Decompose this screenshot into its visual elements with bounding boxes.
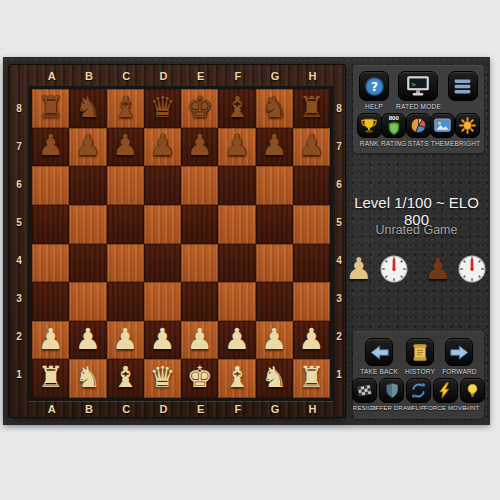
black-piece-q: ♛ [149, 93, 175, 122]
take-back-label: TAKE BACK [360, 368, 398, 375]
white-piece-r: ♜ [38, 363, 64, 392]
white-piece-p: ♟ [261, 325, 287, 354]
square-g3[interactable] [256, 282, 293, 321]
controls-panel: TAKE BACK HISTORY [353, 331, 484, 419]
offer-draw-label: OFFER DRAW [371, 405, 413, 411]
square-b7[interactable]: ♟ [69, 128, 106, 167]
arrow-left-icon [369, 342, 390, 363]
white-piece-p: ♟ [112, 325, 138, 354]
square-a3[interactable] [32, 282, 69, 321]
square-h8[interactable]: ♜ [293, 89, 330, 128]
square-b8[interactable]: ♞ [69, 89, 106, 128]
square-f6[interactable] [218, 166, 255, 205]
white-piece-p: ♟ [298, 325, 324, 354]
square-g6[interactable] [256, 166, 293, 205]
black-pawn-icon: ♟ [425, 254, 452, 284]
square-g1[interactable]: ♞ [256, 359, 293, 398]
flip-button[interactable] [406, 378, 431, 403]
player-clocks: ♟ ♟ [349, 249, 484, 289]
square-d1[interactable]: ♛ [144, 359, 181, 398]
file-label-g: G [257, 65, 294, 86]
sidebar: ? HELP > RATED M [349, 57, 490, 425]
black-piece-p: ♟ [298, 131, 324, 160]
square-f3[interactable] [218, 282, 255, 321]
lightning-icon [436, 381, 454, 400]
square-h6[interactable] [293, 166, 330, 205]
square-e7[interactable]: ♟ [181, 128, 218, 167]
rank-label-7: 7 [333, 128, 345, 166]
square-e8[interactable]: ♚ [181, 89, 218, 128]
file-labels-top: ABCDEFGH [33, 65, 331, 86]
resign-button[interactable] [352, 378, 377, 403]
square-g4[interactable] [256, 244, 293, 283]
square-f7[interactable]: ♟ [218, 128, 255, 167]
toolbar-panel: ? HELP > RATED M [353, 65, 484, 153]
rank-button[interactable] [357, 113, 382, 138]
black-piece-p: ♟ [187, 131, 213, 160]
force-move-label: FORCE MOVE [424, 405, 466, 411]
square-b5[interactable] [69, 205, 106, 244]
black-player: ♟ [425, 254, 488, 284]
square-h1[interactable]: ♜ [293, 359, 330, 398]
square-c8[interactable]: ♝ [107, 89, 144, 128]
black-piece-p: ♟ [112, 131, 138, 160]
square-e6[interactable] [181, 166, 218, 205]
rank-label: RANK [360, 140, 379, 147]
file-label-a: A [33, 401, 70, 417]
square-h5[interactable] [293, 205, 330, 244]
rank-label-8: 8 [9, 90, 29, 128]
square-g8[interactable]: ♞ [256, 89, 293, 128]
file-label-a: A [33, 65, 70, 86]
rank-label-1: 1 [333, 355, 345, 393]
flip-arrows-icon [409, 381, 428, 400]
file-label-g: G [257, 401, 294, 417]
square-d5[interactable] [144, 205, 181, 244]
rank-label-5: 5 [333, 204, 345, 242]
file-label-h: H [294, 65, 331, 86]
rating-button[interactable]: 800 [381, 113, 406, 138]
force-move-button[interactable] [433, 378, 458, 403]
file-label-b: B [70, 401, 107, 417]
black-piece-p: ♟ [38, 131, 64, 160]
black-clock-icon [457, 254, 487, 284]
white-piece-p: ♟ [75, 325, 101, 354]
square-h2[interactable]: ♟ [293, 321, 330, 360]
file-label-c: C [108, 401, 145, 417]
white-pawn-icon: ♟ [346, 254, 373, 284]
square-g7[interactable]: ♟ [256, 128, 293, 167]
svg-text:>: > [412, 80, 416, 89]
square-a8[interactable]: ♜ [32, 89, 69, 128]
black-piece-n: ♞ [261, 93, 287, 122]
rated-mode-label: RATED MODE [396, 103, 441, 110]
square-h7[interactable]: ♟ [293, 128, 330, 167]
rank-label-6: 6 [9, 166, 29, 204]
white-piece-k: ♚ [187, 363, 213, 392]
sun-icon [458, 116, 477, 135]
rank-label-4: 4 [333, 242, 345, 280]
stats-label: STATS [408, 140, 429, 147]
square-b4[interactable] [69, 244, 106, 283]
rank-label-5: 5 [9, 204, 29, 242]
square-e1[interactable]: ♚ [181, 359, 218, 398]
black-piece-p: ♟ [261, 131, 287, 160]
white-clock-icon [379, 254, 409, 284]
square-h4[interactable] [293, 244, 330, 283]
square-b2[interactable]: ♟ [69, 321, 106, 360]
rated-mode-button[interactable]: > [398, 71, 438, 101]
history-button[interactable] [406, 338, 434, 366]
hint-label: HINT [465, 405, 480, 411]
square-a4[interactable] [32, 244, 69, 283]
black-piece-k: ♚ [187, 93, 213, 122]
square-e3[interactable] [181, 282, 218, 321]
square-d3[interactable] [144, 282, 181, 321]
file-label-f: F [219, 65, 256, 86]
black-piece-b: ♝ [224, 93, 250, 122]
square-b1[interactable]: ♞ [69, 359, 106, 398]
square-d2[interactable]: ♟ [144, 321, 181, 360]
picture-icon [433, 117, 452, 134]
square-c7[interactable]: ♟ [107, 128, 144, 167]
forward-button[interactable] [445, 338, 473, 366]
file-label-d: D [145, 65, 182, 86]
white-piece-n: ♞ [261, 363, 287, 392]
square-f2[interactable]: ♟ [218, 321, 255, 360]
menu-button[interactable] [448, 71, 478, 101]
square-e2[interactable]: ♟ [181, 321, 218, 360]
forward-label: FORWARD [442, 368, 477, 375]
square-c1[interactable]: ♝ [107, 359, 144, 398]
square-a5[interactable] [32, 205, 69, 244]
rank-label-6: 6 [333, 166, 345, 204]
white-piece-n: ♞ [75, 363, 101, 392]
white-piece-p: ♟ [38, 325, 64, 354]
rank-label-2: 2 [333, 317, 345, 355]
question-icon: ? [364, 76, 385, 97]
file-label-e: E [182, 65, 219, 86]
square-c6[interactable] [107, 166, 144, 205]
file-label-d: D [145, 401, 182, 417]
square-b6[interactable] [69, 166, 106, 205]
help-button[interactable]: ? [359, 71, 389, 101]
black-piece-p: ♟ [224, 131, 250, 160]
rank-label-1: 1 [9, 355, 29, 393]
chess-board: ABCDEFGH ABCDEFGH 87654321 87654321 ♜♞♝♛… [8, 64, 346, 418]
history-label: HISTORY [405, 368, 435, 375]
white-piece-b: ♝ [224, 363, 250, 392]
white-piece-p: ♟ [187, 325, 213, 354]
square-g5[interactable] [256, 205, 293, 244]
black-piece-p: ♟ [75, 131, 101, 160]
white-piece-b: ♝ [112, 363, 138, 392]
pie-chart-icon [409, 116, 428, 135]
square-a2[interactable]: ♟ [32, 321, 69, 360]
square-d8[interactable]: ♛ [144, 89, 181, 128]
white-piece-r: ♜ [298, 363, 324, 392]
square-b3[interactable] [69, 282, 106, 321]
theme-button[interactable] [430, 113, 455, 138]
svg-text:?: ? [370, 79, 377, 93]
rank-label-7: 7 [9, 128, 29, 166]
rank-labels-right: 87654321 [333, 90, 345, 393]
rank-label-4: 4 [9, 242, 29, 280]
take-back-button[interactable] [365, 338, 393, 366]
rating-label: RATING [381, 140, 406, 147]
square-g2[interactable]: ♟ [256, 321, 293, 360]
rank-label-8: 8 [333, 90, 345, 128]
black-piece-r: ♜ [38, 93, 64, 122]
square-e5[interactable] [181, 205, 218, 244]
monitor-icon: > [405, 75, 431, 97]
bright-button[interactable] [455, 113, 480, 138]
rank-label-3: 3 [333, 279, 345, 317]
file-label-c: C [108, 65, 145, 86]
square-f1[interactable]: ♝ [218, 359, 255, 398]
black-piece-p: ♟ [149, 131, 175, 160]
checkered-flag-icon [355, 381, 374, 400]
lightbulb-icon [464, 381, 481, 400]
app-canvas: ABCDEFGH ABCDEFGH 87654321 87654321 ♜♞♝♛… [3, 57, 490, 425]
black-piece-b: ♝ [112, 93, 138, 122]
square-c4[interactable] [107, 244, 144, 283]
square-c2[interactable]: ♟ [107, 321, 144, 360]
square-d4[interactable] [144, 244, 181, 283]
arrow-right-icon [449, 342, 470, 363]
square-a6[interactable] [32, 166, 69, 205]
square-f5[interactable] [218, 205, 255, 244]
white-piece-p: ♟ [224, 325, 250, 354]
file-labels-bottom: ABCDEFGH [33, 401, 331, 417]
square-h3[interactable] [293, 282, 330, 321]
shield-rating-icon [386, 120, 402, 137]
square-a1[interactable]: ♜ [32, 359, 69, 398]
hint-button[interactable] [460, 378, 485, 403]
hamburger-menu-icon [452, 76, 473, 97]
square-c5[interactable] [107, 205, 144, 244]
square-d6[interactable] [144, 166, 181, 205]
file-label-f: F [219, 401, 256, 417]
white-piece-q: ♛ [149, 363, 175, 392]
theme-label: THEME [431, 140, 455, 147]
help-label: HELP [365, 103, 383, 110]
file-label-e: E [182, 401, 219, 417]
bright-label: BRIGHT [455, 140, 481, 147]
stats-button[interactable] [406, 113, 431, 138]
square-a7[interactable]: ♟ [32, 128, 69, 167]
game-type-text: Unrated Game [349, 223, 484, 237]
square-f8[interactable]: ♝ [218, 89, 255, 128]
file-label-b: B [70, 65, 107, 86]
trophy-icon [360, 117, 378, 135]
offer-draw-button[interactable] [379, 378, 404, 403]
rank-labels-left: 87654321 [9, 90, 29, 393]
white-piece-p: ♟ [149, 325, 175, 354]
file-label-h: H [294, 401, 331, 417]
white-player: ♟ [346, 254, 409, 284]
square-e4[interactable] [181, 244, 218, 283]
rank-label-3: 3 [9, 279, 29, 317]
black-piece-n: ♞ [75, 93, 101, 122]
square-f4[interactable] [218, 244, 255, 283]
board-grid: ♜♞♝♛♚♝♞♜♟♟♟♟♟♟♟♟♟♟♟♟♟♟♟♟♜♞♝♛♚♝♞♜ [32, 89, 330, 398]
scroll-icon [410, 342, 430, 363]
board-inner-border: ♜♞♝♛♚♝♞♜♟♟♟♟♟♟♟♟♟♟♟♟♟♟♟♟♜♞♝♛♚♝♞♜ [29, 86, 333, 401]
shield-draw-icon [383, 381, 401, 400]
rank-label-2: 2 [9, 317, 29, 355]
square-c3[interactable] [107, 282, 144, 321]
black-piece-r: ♜ [298, 93, 324, 122]
square-d7[interactable]: ♟ [144, 128, 181, 167]
